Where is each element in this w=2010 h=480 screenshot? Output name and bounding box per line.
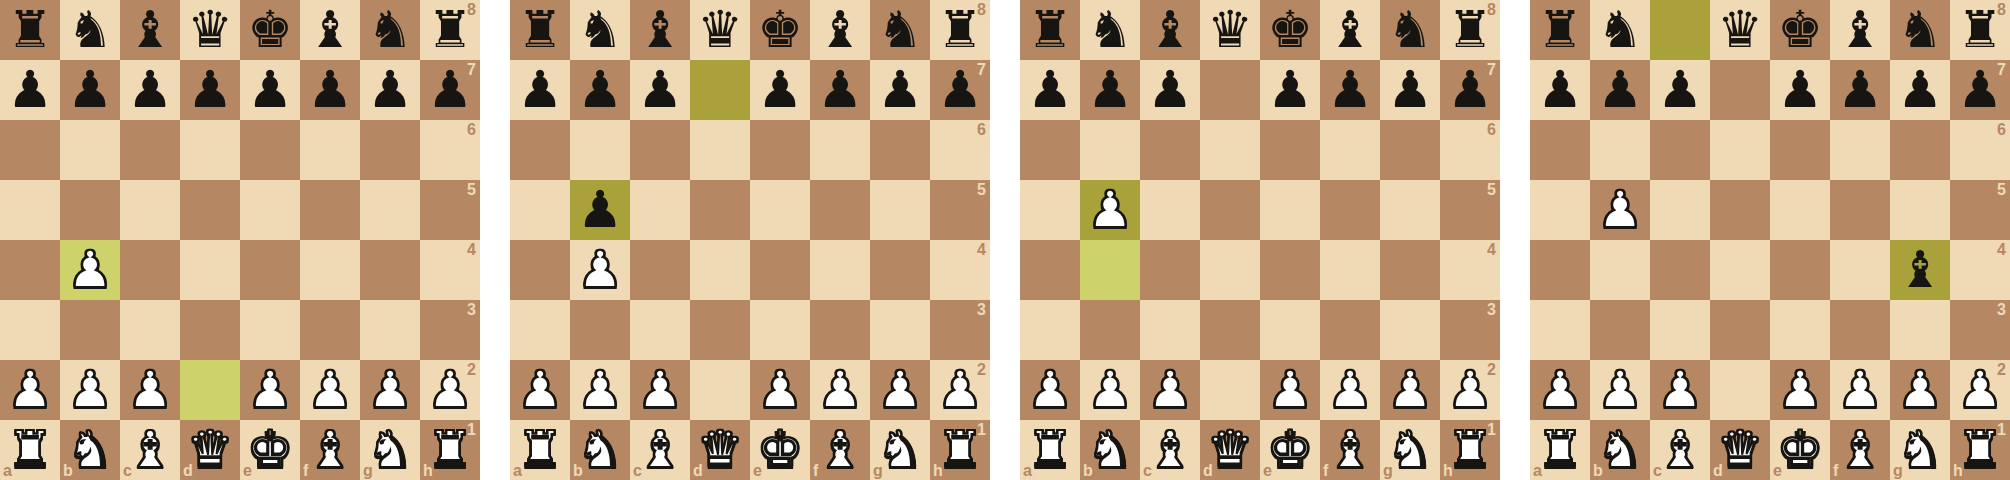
white-rook[interactable]: ♜ (1957, 420, 2003, 480)
square-a4[interactable] (1530, 240, 1590, 300)
square-d6[interactable] (690, 120, 750, 180)
square-h6[interactable]: 6 (930, 120, 990, 180)
black-king[interactable]: ♚ (1777, 0, 1823, 60)
square-g4[interactable] (360, 240, 420, 300)
square-d8[interactable]: ♛ (1710, 0, 1770, 60)
square-g3[interactable] (360, 300, 420, 360)
square-c6[interactable] (1140, 120, 1200, 180)
white-knight[interactable]: ♞ (67, 420, 113, 480)
square-b7[interactable]: ♟ (1080, 60, 1140, 120)
square-h4[interactable]: 4 (1950, 240, 2010, 300)
square-c7[interactable]: ♟ (120, 60, 180, 120)
white-pawn[interactable]: ♟ (577, 240, 623, 300)
white-pawn[interactable]: ♟ (637, 360, 683, 420)
square-g1[interactable]: ♞g (870, 420, 930, 480)
white-bishop[interactable]: ♝ (307, 420, 353, 480)
square-g7[interactable]: ♟ (1380, 60, 1440, 120)
white-queen[interactable]: ♛ (697, 420, 743, 480)
square-c3[interactable] (1140, 300, 1200, 360)
black-pawn[interactable]: ♟ (247, 60, 293, 120)
square-a3[interactable] (0, 300, 60, 360)
square-c4[interactable] (1140, 240, 1200, 300)
square-c1[interactable]: ♝c (1650, 420, 1710, 480)
black-bishop[interactable]: ♝ (1897, 240, 1943, 300)
square-f6[interactable] (1320, 120, 1380, 180)
square-f3[interactable] (1320, 300, 1380, 360)
square-b6[interactable] (570, 120, 630, 180)
square-b4[interactable] (1080, 240, 1140, 300)
square-d1[interactable]: ♛d (1200, 420, 1260, 480)
square-b3[interactable] (60, 300, 120, 360)
square-b8[interactable]: ♞ (1080, 0, 1140, 60)
square-b5[interactable] (60, 180, 120, 240)
square-a4[interactable] (0, 240, 60, 300)
black-pawn[interactable]: ♟ (1897, 60, 1943, 120)
square-b1[interactable]: ♞b (1080, 420, 1140, 480)
square-f4[interactable] (810, 240, 870, 300)
white-queen[interactable]: ♛ (1207, 420, 1253, 480)
square-f8[interactable]: ♝ (300, 0, 360, 60)
white-pawn[interactable]: ♟ (1087, 360, 1133, 420)
square-c5[interactable] (1650, 180, 1710, 240)
square-h6[interactable]: 6 (1950, 120, 2010, 180)
square-g2[interactable]: ♟ (1380, 360, 1440, 420)
black-rook[interactable]: ♜ (7, 0, 53, 60)
square-g2[interactable]: ♟ (360, 360, 420, 420)
square-c3[interactable] (1650, 300, 1710, 360)
square-h6[interactable]: 6 (420, 120, 480, 180)
square-e5[interactable] (240, 180, 300, 240)
square-b4[interactable]: ♟ (570, 240, 630, 300)
square-b7[interactable]: ♟ (570, 60, 630, 120)
square-d5[interactable] (690, 180, 750, 240)
black-queen[interactable]: ♛ (697, 0, 743, 60)
black-bishop[interactable]: ♝ (307, 0, 353, 60)
square-g6[interactable] (1890, 120, 1950, 180)
square-a4[interactable] (510, 240, 570, 300)
square-h4[interactable]: 4 (420, 240, 480, 300)
square-f1[interactable]: ♝f (300, 420, 360, 480)
white-bishop[interactable]: ♝ (127, 420, 173, 480)
square-e8[interactable]: ♚ (750, 0, 810, 60)
square-g8[interactable]: ♞ (360, 0, 420, 60)
black-queen[interactable]: ♛ (187, 0, 233, 60)
square-d4[interactable] (1710, 240, 1770, 300)
square-f6[interactable] (300, 120, 360, 180)
square-f4[interactable] (300, 240, 360, 300)
square-d1[interactable]: ♛d (690, 420, 750, 480)
square-e2[interactable]: ♟ (1770, 360, 1830, 420)
square-c2[interactable]: ♟ (120, 360, 180, 420)
square-b7[interactable]: ♟ (60, 60, 120, 120)
square-g4[interactable] (1380, 240, 1440, 300)
square-f7[interactable]: ♟ (1320, 60, 1380, 120)
square-g3[interactable] (1380, 300, 1440, 360)
black-bishop[interactable]: ♝ (637, 0, 683, 60)
square-d2[interactable] (180, 360, 240, 420)
black-pawn[interactable]: ♟ (937, 60, 983, 120)
square-c6[interactable] (1650, 120, 1710, 180)
black-bishop[interactable]: ♝ (127, 0, 173, 60)
square-h1[interactable]: ♜1h (1950, 420, 2010, 480)
white-bishop[interactable]: ♝ (1837, 420, 1883, 480)
white-pawn[interactable]: ♟ (1087, 180, 1133, 240)
black-rook[interactable]: ♜ (517, 0, 563, 60)
square-g7[interactable]: ♟ (360, 60, 420, 120)
square-f3[interactable] (300, 300, 360, 360)
square-a7[interactable]: ♟ (0, 60, 60, 120)
square-g5[interactable] (1380, 180, 1440, 240)
square-c6[interactable] (120, 120, 180, 180)
square-b7[interactable]: ♟ (1590, 60, 1650, 120)
square-d3[interactable] (1710, 300, 1770, 360)
square-e4[interactable] (1770, 240, 1830, 300)
square-c8[interactable]: ♝ (120, 0, 180, 60)
square-d8[interactable]: ♛ (1200, 0, 1260, 60)
black-queen[interactable]: ♛ (1207, 0, 1253, 60)
square-d1[interactable]: ♛d (1710, 420, 1770, 480)
black-pawn[interactable]: ♟ (757, 60, 803, 120)
white-pawn[interactable]: ♟ (127, 360, 173, 420)
square-f5[interactable] (1830, 180, 1890, 240)
white-pawn[interactable]: ♟ (7, 360, 53, 420)
square-d5[interactable] (1200, 180, 1260, 240)
white-pawn[interactable]: ♟ (1147, 360, 1193, 420)
black-knight[interactable]: ♞ (877, 0, 923, 60)
square-f6[interactable] (810, 120, 870, 180)
square-d1[interactable]: ♛d (180, 420, 240, 480)
square-g3[interactable] (1890, 300, 1950, 360)
square-a7[interactable]: ♟ (1530, 60, 1590, 120)
square-h2[interactable]: ♟2 (1950, 360, 2010, 420)
square-e5[interactable] (1770, 180, 1830, 240)
square-c8[interactable]: ♝ (630, 0, 690, 60)
black-pawn[interactable]: ♟ (367, 60, 413, 120)
square-f3[interactable] (1830, 300, 1890, 360)
square-g8[interactable]: ♞ (1890, 0, 1950, 60)
square-h8[interactable]: ♜8 (420, 0, 480, 60)
black-bishop[interactable]: ♝ (1327, 0, 1373, 60)
white-queen[interactable]: ♛ (1717, 420, 1763, 480)
square-d4[interactable] (1200, 240, 1260, 300)
black-pawn[interactable]: ♟ (1537, 60, 1583, 120)
white-king[interactable]: ♚ (1267, 420, 1313, 480)
square-c1[interactable]: ♝c (630, 420, 690, 480)
square-d6[interactable] (1200, 120, 1260, 180)
square-b4[interactable]: ♟ (60, 240, 120, 300)
square-d5[interactable] (1710, 180, 1770, 240)
square-d7[interactable] (1710, 60, 1770, 120)
white-pawn[interactable]: ♟ (757, 360, 803, 420)
square-e8[interactable]: ♚ (240, 0, 300, 60)
black-rook[interactable]: ♜ (1537, 0, 1583, 60)
black-pawn[interactable]: ♟ (1957, 60, 2003, 120)
square-g6[interactable] (1380, 120, 1440, 180)
square-f8[interactable]: ♝ (1830, 0, 1890, 60)
white-bishop[interactable]: ♝ (1147, 420, 1193, 480)
square-c4[interactable] (1650, 240, 1710, 300)
square-f3[interactable] (810, 300, 870, 360)
square-a2[interactable]: ♟ (0, 360, 60, 420)
square-d8[interactable]: ♛ (690, 0, 750, 60)
white-pawn[interactable]: ♟ (1657, 360, 1703, 420)
square-c1[interactable]: ♝c (120, 420, 180, 480)
black-king[interactable]: ♚ (247, 0, 293, 60)
black-rook[interactable]: ♜ (1447, 0, 1493, 60)
square-b6[interactable] (1590, 120, 1650, 180)
black-pawn[interactable]: ♟ (1267, 60, 1313, 120)
square-d7[interactable] (1200, 60, 1260, 120)
square-a8[interactable]: ♜ (510, 0, 570, 60)
black-rook[interactable]: ♜ (427, 0, 473, 60)
square-h7[interactable]: ♟7 (1440, 60, 1500, 120)
square-e6[interactable] (750, 120, 810, 180)
white-knight[interactable]: ♞ (367, 420, 413, 480)
square-c5[interactable] (120, 180, 180, 240)
square-h5[interactable]: 5 (1950, 180, 2010, 240)
white-pawn[interactable]: ♟ (1597, 360, 1643, 420)
black-pawn[interactable]: ♟ (877, 60, 923, 120)
square-b6[interactable] (60, 120, 120, 180)
square-h3[interactable]: 3 (1950, 300, 2010, 360)
square-a3[interactable] (510, 300, 570, 360)
square-g8[interactable]: ♞ (1380, 0, 1440, 60)
white-pawn[interactable]: ♟ (1957, 360, 2003, 420)
square-c7[interactable]: ♟ (1140, 60, 1200, 120)
black-pawn[interactable]: ♟ (817, 60, 863, 120)
square-h8[interactable]: ♜8 (1950, 0, 2010, 60)
square-h2[interactable]: ♟2 (930, 360, 990, 420)
white-pawn[interactable]: ♟ (877, 360, 923, 420)
square-a6[interactable] (1020, 120, 1080, 180)
square-e4[interactable] (1260, 240, 1320, 300)
square-a6[interactable] (1530, 120, 1590, 180)
square-e3[interactable] (240, 300, 300, 360)
square-b8[interactable]: ♞ (1590, 0, 1650, 60)
white-rook[interactable]: ♜ (427, 420, 473, 480)
square-f7[interactable]: ♟ (300, 60, 360, 120)
square-h3[interactable]: 3 (420, 300, 480, 360)
white-pawn[interactable]: ♟ (577, 360, 623, 420)
square-g6[interactable] (870, 120, 930, 180)
white-bishop[interactable]: ♝ (637, 420, 683, 480)
black-pawn[interactable]: ♟ (1837, 60, 1883, 120)
square-f5[interactable] (300, 180, 360, 240)
black-pawn[interactable]: ♟ (307, 60, 353, 120)
square-f2[interactable]: ♟ (300, 360, 360, 420)
square-b1[interactable]: ♞b (1590, 420, 1650, 480)
square-b5[interactable]: ♟ (570, 180, 630, 240)
square-h4[interactable]: 4 (930, 240, 990, 300)
square-h1[interactable]: ♜1h (420, 420, 480, 480)
square-f4[interactable] (1320, 240, 1380, 300)
square-b3[interactable] (1080, 300, 1140, 360)
square-c8[interactable]: ♝ (1140, 0, 1200, 60)
square-f2[interactable]: ♟ (1320, 360, 1380, 420)
square-f2[interactable]: ♟ (810, 360, 870, 420)
square-d4[interactable] (180, 240, 240, 300)
square-f8[interactable]: ♝ (1320, 0, 1380, 60)
square-g1[interactable]: ♞g (1890, 420, 1950, 480)
white-pawn[interactable]: ♟ (67, 360, 113, 420)
square-c8[interactable] (1650, 0, 1710, 60)
black-pawn[interactable]: ♟ (187, 60, 233, 120)
black-knight[interactable]: ♞ (577, 0, 623, 60)
black-pawn[interactable]: ♟ (1087, 60, 1133, 120)
square-e3[interactable] (1260, 300, 1320, 360)
square-d3[interactable] (180, 300, 240, 360)
white-pawn[interactable]: ♟ (517, 360, 563, 420)
square-h1[interactable]: ♜1h (930, 420, 990, 480)
white-pawn[interactable]: ♟ (1597, 180, 1643, 240)
square-c4[interactable] (630, 240, 690, 300)
square-c4[interactable] (120, 240, 180, 300)
square-b4[interactable] (1590, 240, 1650, 300)
black-pawn[interactable]: ♟ (127, 60, 173, 120)
square-e1[interactable]: ♚e (1770, 420, 1830, 480)
white-pawn[interactable]: ♟ (67, 240, 113, 300)
black-pawn[interactable]: ♟ (1777, 60, 1823, 120)
square-f4[interactable] (1830, 240, 1890, 300)
square-e7[interactable]: ♟ (750, 60, 810, 120)
square-a3[interactable] (1020, 300, 1080, 360)
black-knight[interactable]: ♞ (1387, 0, 1433, 60)
square-c2[interactable]: ♟ (1140, 360, 1200, 420)
square-f5[interactable] (1320, 180, 1380, 240)
square-c7[interactable]: ♟ (1650, 60, 1710, 120)
white-pawn[interactable]: ♟ (1027, 360, 1073, 420)
square-a7[interactable]: ♟ (1020, 60, 1080, 120)
white-knight[interactable]: ♞ (877, 420, 923, 480)
square-e4[interactable] (750, 240, 810, 300)
square-e1[interactable]: ♚e (240, 420, 300, 480)
square-f7[interactable]: ♟ (1830, 60, 1890, 120)
square-e1[interactable]: ♚e (750, 420, 810, 480)
square-e3[interactable] (750, 300, 810, 360)
square-a8[interactable]: ♜ (1020, 0, 1080, 60)
white-king[interactable]: ♚ (247, 420, 293, 480)
square-g4[interactable] (870, 240, 930, 300)
square-a2[interactable]: ♟ (1020, 360, 1080, 420)
square-a3[interactable] (1530, 300, 1590, 360)
white-king[interactable]: ♚ (1777, 420, 1823, 480)
square-d5[interactable] (180, 180, 240, 240)
square-b2[interactable]: ♟ (60, 360, 120, 420)
square-f6[interactable] (1830, 120, 1890, 180)
black-pawn[interactable]: ♟ (637, 60, 683, 120)
white-knight[interactable]: ♞ (1387, 420, 1433, 480)
square-g4[interactable]: ♝ (1890, 240, 1950, 300)
white-pawn[interactable]: ♟ (1777, 360, 1823, 420)
black-knight[interactable]: ♞ (1087, 0, 1133, 60)
square-f5[interactable] (810, 180, 870, 240)
square-a4[interactable] (1020, 240, 1080, 300)
square-a8[interactable]: ♜ (1530, 0, 1590, 60)
square-c5[interactable] (630, 180, 690, 240)
square-d4[interactable] (690, 240, 750, 300)
square-a1[interactable]: ♜a (510, 420, 570, 480)
square-e8[interactable]: ♚ (1770, 0, 1830, 60)
square-g1[interactable]: ♞g (360, 420, 420, 480)
black-pawn[interactable]: ♟ (1657, 60, 1703, 120)
white-rook[interactable]: ♜ (1537, 420, 1583, 480)
white-pawn[interactable]: ♟ (427, 360, 473, 420)
white-pawn[interactable]: ♟ (1387, 360, 1433, 420)
square-e5[interactable] (1260, 180, 1320, 240)
square-a8[interactable]: ♜ (0, 0, 60, 60)
square-e7[interactable]: ♟ (1260, 60, 1320, 120)
white-pawn[interactable]: ♟ (1837, 360, 1883, 420)
white-rook[interactable]: ♜ (1027, 420, 1073, 480)
square-e7[interactable]: ♟ (240, 60, 300, 120)
square-a2[interactable]: ♟ (1530, 360, 1590, 420)
black-knight[interactable]: ♞ (1897, 0, 1943, 60)
square-b8[interactable]: ♞ (570, 0, 630, 60)
square-a1[interactable]: ♜a (1020, 420, 1080, 480)
white-pawn[interactable]: ♟ (937, 360, 983, 420)
black-bishop[interactable]: ♝ (1837, 0, 1883, 60)
square-g6[interactable] (360, 120, 420, 180)
square-a5[interactable] (1530, 180, 1590, 240)
black-pawn[interactable]: ♟ (7, 60, 53, 120)
square-c6[interactable] (630, 120, 690, 180)
black-king[interactable]: ♚ (1267, 0, 1313, 60)
square-h7[interactable]: ♟7 (420, 60, 480, 120)
square-e4[interactable] (240, 240, 300, 300)
white-pawn[interactable]: ♟ (1897, 360, 1943, 420)
square-e8[interactable]: ♚ (1260, 0, 1320, 60)
white-queen[interactable]: ♛ (187, 420, 233, 480)
square-g1[interactable]: ♞g (1380, 420, 1440, 480)
square-e6[interactable] (1770, 120, 1830, 180)
square-d6[interactable] (1710, 120, 1770, 180)
square-c7[interactable]: ♟ (630, 60, 690, 120)
square-e2[interactable]: ♟ (750, 360, 810, 420)
square-h2[interactable]: ♟2 (420, 360, 480, 420)
black-pawn[interactable]: ♟ (67, 60, 113, 120)
square-a5[interactable] (1020, 180, 1080, 240)
black-pawn[interactable]: ♟ (1597, 60, 1643, 120)
square-b5[interactable]: ♟ (1080, 180, 1140, 240)
square-h8[interactable]: ♜8 (1440, 0, 1500, 60)
square-h8[interactable]: ♜8 (930, 0, 990, 60)
square-b8[interactable]: ♞ (60, 0, 120, 60)
black-knight[interactable]: ♞ (367, 0, 413, 60)
white-knight[interactable]: ♞ (577, 420, 623, 480)
black-knight[interactable]: ♞ (67, 0, 113, 60)
white-knight[interactable]: ♞ (1597, 420, 1643, 480)
square-a6[interactable] (510, 120, 570, 180)
square-d7[interactable] (690, 60, 750, 120)
square-h7[interactable]: ♟7 (930, 60, 990, 120)
black-rook[interactable]: ♜ (1957, 0, 2003, 60)
square-d6[interactable] (180, 120, 240, 180)
square-d3[interactable] (690, 300, 750, 360)
black-pawn[interactable]: ♟ (517, 60, 563, 120)
square-h5[interactable]: 5 (930, 180, 990, 240)
black-bishop[interactable]: ♝ (1147, 0, 1193, 60)
black-pawn[interactable]: ♟ (577, 60, 623, 120)
white-rook[interactable]: ♜ (517, 420, 563, 480)
square-h4[interactable]: 4 (1440, 240, 1500, 300)
white-pawn[interactable]: ♟ (1537, 360, 1583, 420)
square-g7[interactable]: ♟ (1890, 60, 1950, 120)
square-d3[interactable] (1200, 300, 1260, 360)
black-rook[interactable]: ♜ (1027, 0, 1073, 60)
square-e7[interactable]: ♟ (1770, 60, 1830, 120)
square-f2[interactable]: ♟ (1830, 360, 1890, 420)
square-b2[interactable]: ♟ (1590, 360, 1650, 420)
